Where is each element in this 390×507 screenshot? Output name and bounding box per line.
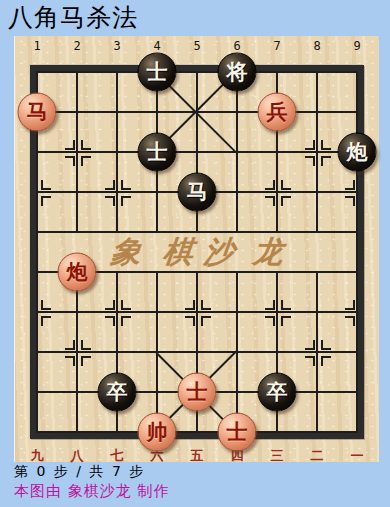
point-marker [321,156,331,166]
point-marker [305,140,315,150]
river-character: 龙 [251,232,285,273]
grid-line [76,271,78,433]
red-advisor-piece[interactable]: 士 [178,373,217,412]
point-marker [305,340,315,350]
file-number-label: 2 [73,39,80,53]
point-marker [121,180,131,190]
point-marker [345,196,355,206]
move-counter: 第 0 步 / 共 7 步 [14,463,145,481]
credit-line: 本图由 象棋沙龙 制作 [14,482,170,501]
point-marker [201,300,211,310]
grid-line [116,71,118,233]
point-marker [65,156,75,166]
point-marker [281,180,291,190]
point-marker [41,196,51,206]
point-marker [281,316,291,326]
grid-line [316,271,318,433]
file-number-label: 6 [233,39,240,53]
point-marker [321,356,331,366]
black-horse-piece[interactable]: 马 [178,173,217,212]
file-number-label: 5 [193,39,200,53]
point-marker [185,316,195,326]
point-marker [321,340,331,350]
black-advisor-piece[interactable]: 士 [138,53,177,92]
river-character: 象 [109,232,143,273]
red-horse-piece[interactable]: 马 [18,93,57,132]
point-marker [281,196,291,206]
point-marker [345,316,355,326]
point-marker [265,300,275,310]
board-panel: 123456789 象棋沙龙士将马兵士炮马炮卒士卒帅士 九八七六五四三二一 [14,36,379,462]
point-marker [105,300,115,310]
point-marker [81,340,91,350]
file-number-label: 9 [353,39,360,53]
river-character: 棋 [161,232,195,273]
point-marker [65,340,75,350]
file-number-label: 4 [153,39,160,53]
page-title: 八角马杀法 [8,3,138,33]
point-marker [345,180,355,190]
file-number-label: 1 [33,39,40,53]
file-numeral-label: 一 [351,447,364,465]
grid-line [76,71,78,233]
point-marker [121,196,131,206]
red-general-piece[interactable]: 帅 [138,413,177,452]
point-marker [185,300,195,310]
point-marker [305,156,315,166]
point-marker [265,180,275,190]
grid-line [356,71,358,433]
point-marker [41,316,51,326]
point-marker [121,300,131,310]
file-numeral-label: 五 [191,447,204,465]
red-advisor-piece[interactable]: 士 [218,413,257,452]
point-marker [41,300,51,310]
point-marker [345,300,355,310]
grid-line [316,71,318,233]
point-marker [305,356,315,366]
file-numeral-label: 二 [311,447,324,465]
xiangqi-diagram-page: 八角马杀法 123456789 象棋沙龙士将马兵士炮马炮卒士卒帅士 九八七六五四… [0,0,390,507]
red-soldier-piece[interactable]: 兵 [258,93,297,132]
board-grid: 象棋沙龙士将马兵士炮马炮卒士卒帅士 [37,72,357,432]
point-marker [265,316,275,326]
red-cannon-piece[interactable]: 炮 [58,253,97,292]
black-cannon-piece[interactable]: 炮 [338,133,377,172]
black-soldier-piece[interactable]: 卒 [258,373,297,412]
point-marker [105,180,115,190]
point-marker [41,180,51,190]
point-marker [81,356,91,366]
point-marker [201,316,211,326]
point-marker [105,316,115,326]
black-general-piece[interactable]: 将 [218,53,257,92]
file-number-label: 8 [313,39,320,53]
point-marker [321,140,331,150]
point-marker [281,300,291,310]
point-marker [265,196,275,206]
river-character: 沙 [202,232,236,273]
point-marker [65,140,75,150]
point-marker [121,316,131,326]
file-number-label: 7 [273,39,280,53]
point-marker [105,196,115,206]
black-soldier-piece[interactable]: 卒 [98,373,137,412]
point-marker [81,140,91,150]
file-numeral-label: 三 [271,447,284,465]
point-marker [81,156,91,166]
point-marker [65,356,75,366]
black-advisor-piece[interactable]: 士 [138,133,177,172]
file-number-label: 3 [113,39,120,53]
